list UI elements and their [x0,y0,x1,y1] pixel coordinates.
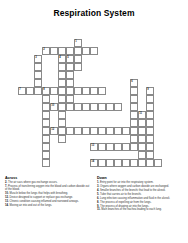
grid-cell[interactable] [130,95,138,103]
grid-cell[interactable] [74,47,82,55]
grid-cell[interactable] [42,119,50,127]
clue-number: 8. [97,201,100,204]
clue-item: 2. The air sacs where gas exchange occur… [5,181,90,184]
grid-cell[interactable]: 10 [50,103,58,111]
grid-cell[interactable] [66,79,74,87]
grid-cell[interactable] [130,159,138,167]
grid-cell[interactable] [122,159,130,167]
grid-cell[interactable] [146,159,154,167]
grid-cell[interactable] [138,159,146,167]
clue-item: 3. Organs where oxygen and carbon dioxid… [97,185,183,188]
grid-cell[interactable] [138,135,146,143]
grid-cell[interactable] [130,103,138,111]
grid-cell[interactable] [58,135,66,143]
grid-cell[interactable] [58,119,66,127]
grid-cell[interactable] [58,47,66,55]
grid-cell[interactable] [130,87,138,95]
down-column: Down 1. Entry point for air into the res… [97,176,183,212]
grid-cell[interactable] [98,87,106,95]
grid-cell[interactable] [146,127,154,135]
grid-cell[interactable]: 12 [50,127,58,135]
grid-cell[interactable]: 7 [18,87,26,95]
cell-number: 5 [67,56,68,59]
grid-cell[interactable]: 3 [34,55,42,63]
grid-cell[interactable] [130,143,138,151]
down-list: 1. Entry point for air into the respirat… [97,181,183,212]
grid-cell[interactable] [42,135,50,143]
grid-cell[interactable] [58,71,66,79]
clue-number: 13. [5,200,9,203]
crossword-grid: 1234567891011121314 [18,39,164,169]
grid-cell[interactable] [66,71,74,79]
cell-number: 14 [91,160,94,163]
grid-cell[interactable] [106,103,114,111]
grid-cell[interactable] [42,151,50,159]
grid-cell[interactable] [138,119,146,127]
grid-cell[interactable]: 9 [146,87,154,95]
grid-cell[interactable] [138,151,146,159]
grid-cell[interactable] [34,87,42,95]
grid-cell[interactable] [42,143,50,151]
grid-cell[interactable]: 8 [42,87,50,95]
clue-number: 11. [97,208,101,211]
cell-number: 12 [51,128,54,131]
grid-cell[interactable] [58,87,66,95]
grid-cell[interactable] [58,111,66,119]
grid-cell[interactable] [114,103,122,111]
grid-cell[interactable]: 1 [74,39,82,47]
grid-cell[interactable] [42,159,50,167]
grid-cell[interactable] [114,159,122,167]
grid-cell[interactable] [58,79,66,87]
cell-number: 1 [75,40,76,43]
grid-cell[interactable] [90,103,98,111]
cell-number: 13 [91,144,94,147]
grid-cell[interactable] [146,135,154,143]
grid-cell[interactable] [122,143,130,151]
grid-cell[interactable] [34,79,42,87]
grid-cell[interactable]: 14 [90,159,98,167]
grid-cell[interactable] [74,87,82,95]
clue-item: 7. Process of transferring oxygen into t… [5,185,90,192]
cell-number: 8 [43,88,44,91]
across-column: Across 2. The air sacs where gas exchang… [5,176,90,208]
grid-cell[interactable] [146,119,154,127]
grid-cell[interactable] [146,95,154,103]
grid-cell[interactable] [130,111,138,119]
grid-cell[interactable]: 6 [130,79,138,87]
grid-cell[interactable] [130,127,138,135]
grid-cell[interactable] [58,103,66,111]
clue-number: 3. [97,185,100,188]
grid-cell[interactable] [34,63,42,71]
grid-cell[interactable] [146,151,154,159]
grid-cell[interactable] [50,47,58,55]
cell-number: 3 [35,56,36,59]
grid-cell[interactable] [146,111,154,119]
grid-cell[interactable] [98,143,106,151]
cell-number: 6 [131,80,132,83]
clue-item: 6. Lung infection causing inflammation a… [97,197,183,200]
grid-cell[interactable] [114,127,122,135]
cell-number: 7 [19,88,20,91]
grid-cell[interactable] [66,87,74,95]
grid-cell[interactable] [66,95,74,103]
clue-item: 12. Device designed to support or replac… [5,196,90,199]
across-list: 2. The air sacs where gas exchange occur… [5,181,90,207]
cell-number: 11 [139,112,142,115]
grid-cell[interactable] [82,87,90,95]
grid-cell[interactable] [42,111,50,119]
clue-number: 5. [97,193,100,196]
clue-item: 5. Tube that carries air to the bronchi. [97,193,183,196]
grid-cell[interactable] [146,143,154,151]
grid-cell[interactable] [50,87,58,95]
clue-number: 14. [5,204,9,207]
grid-cell[interactable] [90,47,98,55]
grid-cell[interactable] [106,127,114,135]
grid-cell[interactable] [106,143,114,151]
grid-cell[interactable] [42,103,50,111]
clue-number: 1. [97,181,100,184]
grid-cell[interactable] [138,127,146,135]
grid-cell[interactable] [58,63,66,71]
grid-cell[interactable] [130,135,138,143]
clue-item: 14. Moving air into and out of the lungs… [5,204,90,207]
cell-number: 2 [43,48,44,51]
grid-cell[interactable] [114,143,122,151]
grid-cell[interactable] [106,159,114,167]
clue-item: 8. The process of expelling air from the… [97,201,183,204]
clue-number: 2. [5,181,8,184]
clue-number: 6. [97,197,100,200]
grid-cell[interactable] [154,159,162,167]
clue-number: 10. [5,192,9,195]
down-header: Down [97,176,183,180]
grid-cell[interactable] [58,127,66,135]
cell-number: 9 [147,88,148,91]
clue-item: 11. Main branches of the trachea leading… [97,208,183,211]
grid-cell[interactable] [82,103,90,111]
grid-cell[interactable] [122,127,130,135]
grid-cell[interactable] [74,55,82,63]
grid-cell[interactable] [66,103,74,111]
grid-cell[interactable] [66,127,74,135]
grid-cell[interactable] [90,127,98,135]
grid-cell[interactable] [130,119,138,127]
grid-cell[interactable] [74,63,82,71]
clue-item: 1. Entry point for air into the respirat… [97,181,183,184]
clue-number: 4. [97,189,100,192]
cell-number: 10 [51,104,54,107]
grid-cell[interactable] [66,63,74,71]
grid-cell[interactable]: 2 [42,47,50,55]
grid-cell[interactable] [26,87,34,95]
puzzle-title: Respiration System [0,8,188,18]
grid-cell[interactable] [98,159,106,167]
grid-cell[interactable] [66,47,74,55]
grid-cell[interactable] [146,103,154,111]
grid-cell[interactable] [82,127,90,135]
grid-cell[interactable]: 11 [138,111,146,119]
grid-cell[interactable]: 5 [66,55,74,63]
grid-cell[interactable] [42,95,50,103]
clue-number: 7. [5,185,8,188]
grid-cell[interactable] [74,103,82,111]
grid-cell[interactable] [98,103,106,111]
grid-cell[interactable]: 4 [58,55,66,63]
clue-number: 12. [5,196,9,199]
grid-cell[interactable]: 13 [90,143,98,151]
across-header: Across [5,176,90,180]
clue-item: 13. Chronic condition causing inflamed a… [5,200,90,203]
cell-number: 4 [59,56,60,59]
grid-cell[interactable] [74,127,82,135]
grid-cell[interactable] [138,143,146,151]
grid-cell[interactable] [90,87,98,95]
grid-cell[interactable] [58,95,66,103]
crossword-page: Respiration System 1234567891011121314 A… [0,0,188,243]
grid-cell[interactable] [42,127,50,135]
grid-cell[interactable] [34,71,42,79]
clue-item: 4. Smaller branches of the bronchi that … [97,189,183,192]
grid-cell[interactable] [98,127,106,135]
grid-cell[interactable] [82,47,90,55]
